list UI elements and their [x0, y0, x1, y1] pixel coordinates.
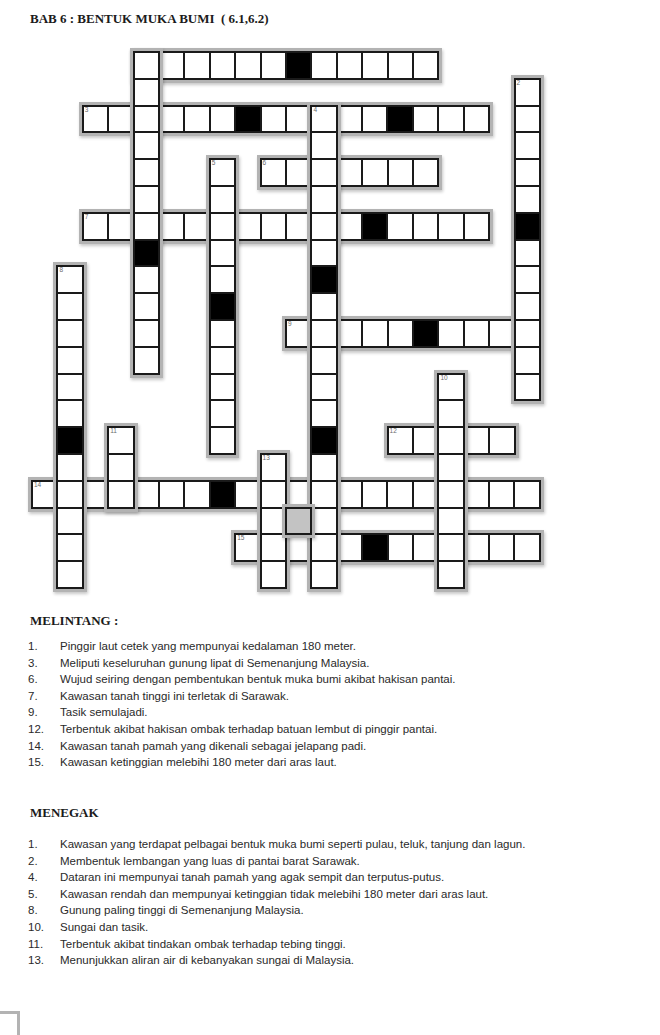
answer-cell-c11-r6[interactable] [312, 214, 335, 239]
answer-cell-c17-r6[interactable] [465, 214, 488, 239]
answer-cell-c7-r7[interactable] [211, 241, 234, 266]
across-1-strip: 1 [130, 48, 443, 83]
down-clue-5: 5.Kawasan rendah dan mempunyai ketinggia… [28, 886, 525, 903]
shaded-cell-block [282, 504, 315, 539]
answer-cell-c13-r2[interactable] [363, 107, 386, 132]
answer-cell-c14-r6[interactable] [388, 214, 411, 239]
answer-cell-c7-r13[interactable] [211, 401, 234, 426]
answer-cell-c19-r5[interactable] [516, 187, 539, 212]
answer-cell-c7-r10[interactable] [211, 321, 234, 346]
black-cell-c19-r6 [516, 214, 539, 239]
answer-cell-c11-r18[interactable] [312, 535, 335, 560]
clue-number-label-2: 2 [517, 79, 521, 87]
clue-number: 9. [28, 704, 60, 721]
answer-cell-c7-r14[interactable] [211, 428, 234, 453]
answer-cell-c2-r6[interactable]: 7 [84, 214, 107, 239]
answer-cell-c16-r12[interactable]: 10 [439, 375, 462, 400]
answer-cell-c4-r5[interactable] [135, 187, 158, 212]
across-clue-12: 12.Terbentuk akibat hakisan ombak terhad… [28, 721, 456, 738]
answer-cell-c19-r10[interactable] [516, 321, 539, 346]
clue-number-label-15: 15 [237, 534, 244, 542]
clue-number-label-6: 6 [263, 159, 267, 167]
clue-text: Terbentuk akibat hakisan ombak terhadap … [60, 721, 437, 738]
answer-cell-c3-r14[interactable]: 11 [109, 428, 132, 453]
answer-cell-c16-r13[interactable] [439, 401, 462, 426]
clue-number-label-7: 7 [85, 213, 89, 221]
answer-cell-c7-r12[interactable] [211, 375, 234, 400]
answer-cell-c1-r17[interactable] [58, 509, 81, 534]
answer-cell-c4-r8[interactable] [135, 267, 158, 292]
answer-cell-c12-r4[interactable] [338, 160, 361, 185]
answer-cell-c2-r2[interactable]: 3 [84, 107, 107, 132]
answer-cell-c11-r17[interactable] [312, 509, 335, 534]
answer-cell-c12-r16[interactable] [338, 482, 361, 507]
down-heading: MENEGAK [30, 805, 99, 821]
down-1-strip [130, 48, 163, 378]
answer-cell-c8-r0[interactable] [236, 53, 259, 78]
answer-cell-c1-r15[interactable] [58, 455, 81, 480]
answer-cell-c18-r14[interactable] [490, 428, 513, 453]
answer-cell-c8-r6[interactable] [236, 214, 259, 239]
answer-cell-c6-r0[interactable] [185, 53, 208, 78]
answer-cell-c11-r11[interactable] [312, 348, 335, 373]
answer-cell-c19-r8[interactable] [516, 267, 539, 292]
clue-text: Sungai dan tasik. [60, 919, 148, 936]
answer-cell-c13-r16[interactable] [363, 482, 386, 507]
answer-cell-c15-r6[interactable] [414, 214, 437, 239]
across-clue-3: 3.Meliputi keseluruhan gunung lipat di S… [28, 655, 456, 672]
answer-cell-c4-r6[interactable] [135, 214, 158, 239]
down-2-strip: 2 [511, 75, 544, 405]
answer-cell-c3-r16[interactable] [109, 482, 132, 507]
down-11-strip: 11 [104, 423, 137, 511]
black-cell-c11-r8 [312, 267, 335, 292]
answer-cell-c18-r16[interactable] [490, 482, 513, 507]
answer-cell-c6-r2[interactable] [185, 107, 208, 132]
clue-text: Terbentuk akibat tindakan ombak terhadap… [60, 936, 346, 953]
answer-cell-c12-r18[interactable] [338, 535, 361, 560]
across-clue-9: 9.Tasik semulajadi. [28, 704, 456, 721]
answer-cell-c16-r2[interactable] [439, 107, 462, 132]
black-cell-c4-r7 [135, 241, 158, 266]
answer-cell-c4-r0[interactable] [135, 53, 158, 78]
answer-cell-c3-r15[interactable] [109, 455, 132, 480]
answer-cell-c1-r13[interactable] [58, 401, 81, 426]
down-8-strip: 8 [53, 262, 86, 592]
answer-cell-c7-r11[interactable] [211, 348, 234, 373]
black-cell-c7-r16 [211, 482, 234, 507]
answer-cell-c4-r11[interactable] [135, 348, 158, 373]
clue-number-label-9: 9 [288, 320, 292, 328]
clue-number-label-10: 10 [440, 374, 447, 382]
answer-cell-c17-r10[interactable] [465, 321, 488, 346]
answer-cell-c11-r10[interactable] [312, 321, 335, 346]
clue-text: Menunjukkan aliran air di kebanyakan sun… [60, 952, 354, 969]
answer-cell-c11-r5[interactable] [312, 187, 335, 212]
answer-cell-c11-r4[interactable] [312, 160, 335, 185]
across-clue-7: 7.Kawasan tanah tinggi ini terletak di S… [28, 688, 456, 705]
clue-number-label-8: 8 [59, 266, 63, 274]
answer-cell-c11-r13[interactable] [312, 401, 335, 426]
down-5-strip: 5 [206, 155, 239, 458]
across-6-strip: 6 [257, 155, 443, 190]
answer-cell-c17-r14[interactable] [465, 428, 488, 453]
answer-cell-c11-r19[interactable] [312, 562, 335, 587]
answer-cell-c19-r18[interactable] [515, 535, 538, 560]
answer-cell-c1-r16[interactable] [58, 482, 81, 507]
answer-cell-c7-r8[interactable] [211, 267, 234, 292]
answer-cell-c16-r18[interactable] [439, 535, 462, 560]
answer-cell-c11-r9[interactable] [312, 294, 335, 319]
answer-cell-c16-r17[interactable] [439, 509, 462, 534]
answer-cell-c15-r2[interactable] [414, 107, 437, 132]
across-clue-list: 1.Pinggir laut cetek yang mempunyai keda… [28, 638, 456, 771]
answer-cell-c19-r12[interactable] [516, 375, 539, 400]
answer-cell-c17-r18[interactable] [465, 535, 488, 560]
clue-text: Kawasan rendah dan mempunyai ketinggian … [60, 886, 488, 903]
clue-number: 1. [28, 836, 60, 853]
black-cell-c15-r10 [414, 321, 437, 346]
answer-cell-c17-r16[interactable] [465, 482, 488, 507]
answer-cell-c13-r10[interactable] [363, 321, 386, 346]
answer-cell-c1-r18[interactable] [58, 535, 81, 560]
answer-cell-c14-r4[interactable] [389, 160, 412, 185]
clue-number: 1. [28, 638, 60, 655]
clue-text: Wujud seiring dengan pembentukan bentuk … [60, 671, 456, 688]
down-clue-1: 1.Kawasan yang terdapat pelbagai bentuk … [28, 836, 525, 853]
answer-cell-c16-r6[interactable] [439, 214, 462, 239]
down-clue-list: 1.Kawasan yang terdapat pelbagai bentuk … [28, 836, 525, 969]
answer-cell-c1-r11[interactable] [58, 348, 81, 373]
shaded-cell-c10-r17 [287, 509, 310, 534]
across-clue-14: 14.Kawasan tanah pamah yang dikenali seb… [28, 738, 456, 755]
black-cell-c14-r2 [388, 107, 411, 132]
clue-text: Tasik semulajadi. [60, 704, 148, 721]
cutoff-grid-fragment [0, 1011, 20, 1035]
answer-cell-c1-r12[interactable] [58, 375, 81, 400]
answer-cell-c5-r2[interactable] [160, 107, 183, 132]
clue-text: Dataran ini mempunyai tanah pamah yang a… [60, 869, 444, 886]
down-clue-2: 2.Membentuk lembangan yang luas di panta… [28, 853, 525, 870]
clue-number: 15. [28, 754, 60, 771]
clue-number: 7. [28, 688, 60, 705]
answer-cell-c1-r8[interactable]: 8 [58, 267, 81, 292]
clue-number-label-3: 3 [85, 106, 89, 114]
black-cell-c1-r14 [58, 428, 81, 453]
answer-cell-c16-r16[interactable] [439, 482, 462, 507]
clue-text: Kawasan tanah tinggi ini terletak di Sar… [60, 688, 289, 705]
clue-text: Kawasan yang terdapat pelbagai bentuk mu… [60, 836, 525, 853]
clue-number-label-12: 12 [390, 427, 397, 435]
answer-cell-c14-r10[interactable] [389, 321, 412, 346]
down-clue-10: 10.Sungai dan tasik. [28, 919, 525, 936]
clue-number: 5. [28, 886, 60, 903]
answer-cell-c7-r5[interactable] [211, 187, 234, 212]
answer-cell-c5-r16[interactable] [160, 482, 183, 507]
black-cell-c7-r9 [211, 294, 234, 319]
down-clue-11: 11.Terbentuk akibat tindakan ombak terha… [28, 936, 525, 953]
answer-cell-c1-r19[interactable] [58, 562, 81, 587]
worksheet-title: BAB 6 : BENTUK MUKA BUMI ( 6.1,6.2) [30, 11, 269, 27]
answer-cell-c16-r14[interactable] [439, 428, 462, 453]
clue-number: 2. [28, 853, 60, 870]
across-clue-15: 15.Kawasan ketinggian melebihi 180 meter… [28, 754, 456, 771]
answer-cell-c9-r4[interactable]: 6 [262, 160, 285, 185]
clue-text: Pinggir laut cetek yang mempunyai kedala… [60, 638, 356, 655]
answer-cell-c4-r2[interactable] [135, 107, 158, 132]
answer-cell-c1-r9[interactable] [58, 294, 81, 319]
worksheet-page: BAB 6 : BENTUK MUKA BUMI ( 6.1,6.2) 1367… [0, 0, 660, 1035]
black-cell-c13-r6 [363, 214, 386, 239]
answer-cell-c19-r1[interactable]: 2 [516, 80, 539, 105]
answer-cell-c18-r18[interactable] [490, 535, 513, 560]
black-cell-c13-r18 [363, 535, 386, 560]
clue-text: Meliputi keseluruhan gunung lipat di Sem… [60, 655, 369, 672]
clue-text: Kawasan tanah pamah yang dikenali sebaga… [60, 738, 366, 755]
answer-cell-c12-r0[interactable] [338, 53, 361, 78]
clue-number: 13. [28, 952, 60, 969]
answer-cell-c14-r18[interactable] [389, 535, 412, 560]
answer-cell-c9-r15[interactable]: 13 [262, 455, 285, 480]
answer-cell-c19-r2[interactable] [516, 107, 539, 132]
black-cell-c10-r0 [287, 53, 310, 78]
answer-cell-c13-r0[interactable] [363, 53, 386, 78]
clue-number: 11. [28, 936, 60, 953]
answer-cell-c11-r7[interactable] [312, 241, 335, 266]
answer-cell-c19-r3[interactable] [516, 133, 539, 158]
answer-cell-c13-r4[interactable] [363, 160, 386, 185]
answer-cell-c16-r10[interactable] [439, 321, 462, 346]
clue-number: 14. [28, 738, 60, 755]
answer-cell-c4-r9[interactable] [135, 294, 158, 319]
answer-cell-c16-r19[interactable] [439, 562, 462, 587]
clue-number-label-5: 5 [212, 159, 216, 167]
answer-cell-c12-r2[interactable] [338, 107, 361, 132]
answer-cell-c7-r2[interactable] [211, 107, 234, 132]
answer-cell-c7-r6[interactable] [211, 214, 234, 239]
answer-cell-c19-r16[interactable] [515, 482, 538, 507]
clue-number-label-4: 4 [313, 106, 317, 114]
answer-cell-c9-r19[interactable] [262, 562, 285, 587]
answer-cell-c15-r4[interactable] [414, 160, 437, 185]
answer-cell-c19-r11[interactable] [516, 348, 539, 373]
answer-cell-c9-r0[interactable] [262, 53, 285, 78]
clue-number-label-11: 11 [110, 427, 117, 435]
answer-cell-c19-r9[interactable] [516, 294, 539, 319]
across-heading: MELINTANG : [30, 613, 118, 629]
answer-cell-c4-r10[interactable] [135, 321, 158, 346]
down-clue-4: 4.Dataran ini mempunyai tanah pamah yang… [28, 869, 525, 886]
clue-text: Membentuk lembangan yang luas di pantai … [60, 853, 360, 870]
clue-number: 4. [28, 869, 60, 886]
answer-cell-c11-r12[interactable] [312, 375, 335, 400]
answer-cell-c4-r4[interactable] [135, 160, 158, 185]
answer-cell-c4-r3[interactable] [135, 133, 158, 158]
answer-cell-c14-r14[interactable]: 12 [389, 428, 412, 453]
clue-number-label-14: 14 [34, 481, 41, 489]
clue-number: 3. [28, 655, 60, 672]
answer-cell-c11-r3[interactable] [312, 133, 335, 158]
answer-cell-c1-r10[interactable] [58, 321, 81, 346]
across-clue-6: 6.Wujud seiring dengan pembentukan bentu… [28, 671, 456, 688]
black-cell-c8-r2 [236, 107, 259, 132]
answer-cell-c7-r0[interactable] [211, 53, 234, 78]
answer-cell-c7-r4[interactable]: 5 [211, 160, 234, 185]
clue-number: 10. [28, 919, 60, 936]
answer-cell-c17-r2[interactable] [465, 107, 488, 132]
answer-cell-c14-r16[interactable] [388, 482, 411, 507]
answer-cell-c15-r0[interactable] [414, 53, 437, 78]
black-cell-c11-r14 [312, 428, 335, 453]
clue-number: 6. [28, 671, 60, 688]
answer-cell-c14-r0[interactable] [389, 53, 412, 78]
answer-cell-c6-r16[interactable] [185, 482, 208, 507]
down-clue-13: 13.Menunjukkan aliran air di kebanyakan … [28, 952, 525, 969]
answer-cell-c9-r18[interactable] [262, 535, 285, 560]
answer-cell-c16-r15[interactable] [439, 455, 462, 480]
answer-cell-c5-r0[interactable] [160, 53, 183, 78]
clue-text: Kawasan ketinggian melebihi 180 meter da… [60, 754, 337, 771]
answer-cell-c11-r2[interactable]: 4 [312, 107, 335, 132]
clue-number: 8. [28, 902, 60, 919]
answer-cell-c19-r4[interactable] [516, 160, 539, 185]
answer-cell-c9-r6[interactable] [262, 214, 285, 239]
answer-cell-c4-r16[interactable] [135, 482, 158, 507]
answer-cell-c5-r6[interactable] [160, 214, 183, 239]
answer-cell-c12-r6[interactable] [338, 214, 361, 239]
answer-cell-c11-r15[interactable] [312, 455, 335, 480]
down-clue-8: 8.Gunung paling tinggi di Semenanjung Ma… [28, 902, 525, 919]
clue-text: Gunung paling tinggi di Semenanjung Mala… [60, 902, 304, 919]
answer-cell-c12-r10[interactable] [338, 321, 361, 346]
down-10-strip: 10 [434, 370, 467, 592]
clue-number: 12. [28, 721, 60, 738]
answer-cell-c11-r0[interactable] [312, 53, 335, 78]
across-clue-1: 1.Pinggir laut cetek yang mempunyai keda… [28, 638, 456, 655]
answer-cell-c11-r16[interactable] [312, 482, 335, 507]
clue-number-label-13: 13 [263, 454, 270, 462]
answer-cell-c9-r2[interactable] [262, 107, 285, 132]
answer-cell-c4-r1[interactable] [135, 80, 158, 105]
answer-cell-c19-r7[interactable] [516, 241, 539, 266]
